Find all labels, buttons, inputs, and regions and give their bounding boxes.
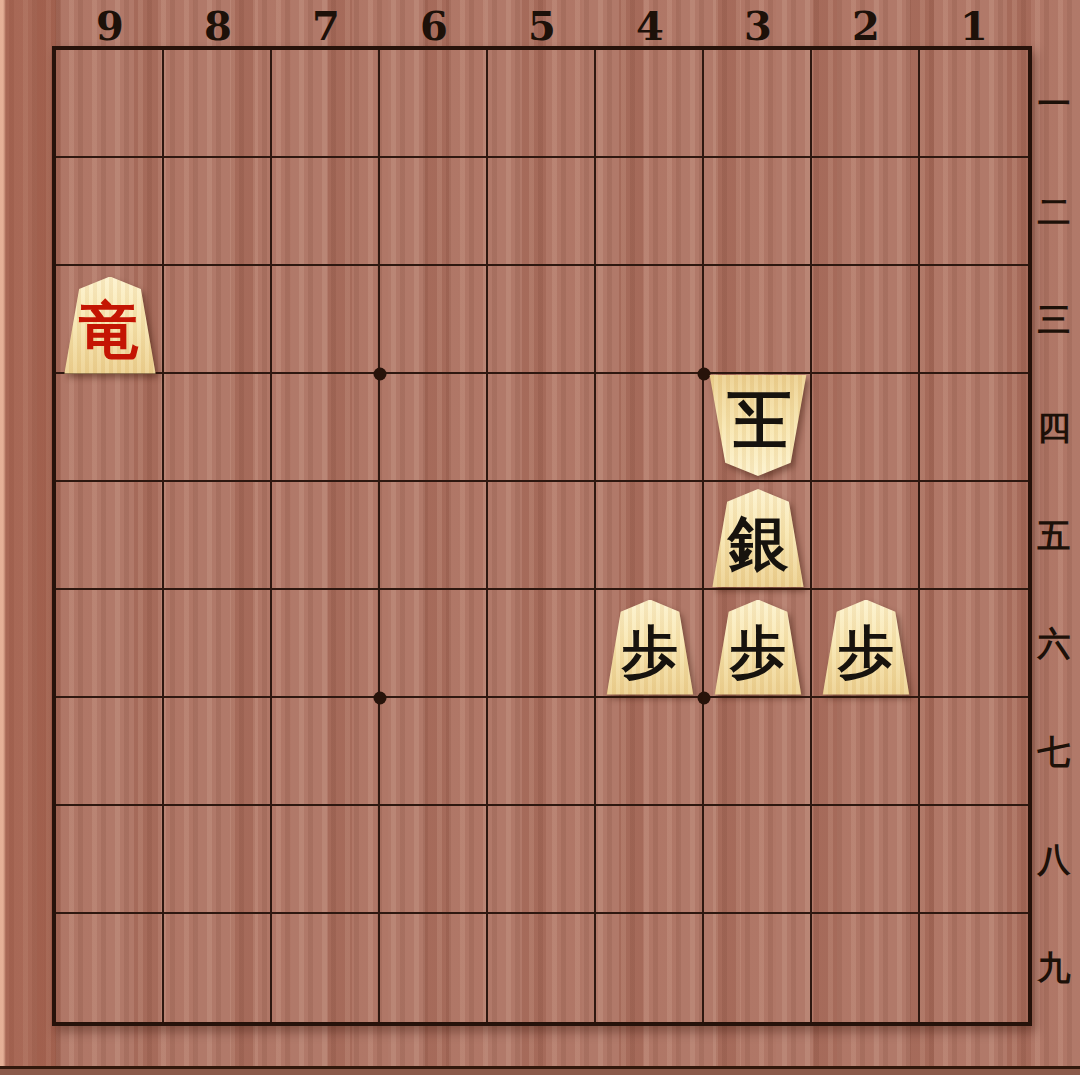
- piece-gote-king-34[interactable]: 玉: [706, 375, 810, 476]
- square-95[interactable]: [56, 482, 164, 590]
- rank-label-4: 四: [1028, 374, 1080, 482]
- file-label-7: 7: [272, 0, 380, 48]
- square-63[interactable]: [380, 266, 488, 374]
- piece-glyph: 歩: [622, 615, 678, 691]
- square-28[interactable]: [812, 806, 920, 914]
- shogi-diagram: 987654321 一二三四五六七八九 竜玉銀歩歩歩: [0, 0, 1080, 1075]
- square-65[interactable]: [380, 482, 488, 590]
- shogi-board: 竜玉銀歩歩歩: [52, 46, 1032, 1026]
- piece-glyph: 歩: [838, 615, 894, 691]
- square-22[interactable]: [812, 158, 920, 266]
- rank-label-1: 一: [1028, 50, 1080, 158]
- square-76[interactable]: [272, 590, 380, 698]
- square-68[interactable]: [380, 806, 488, 914]
- file-label-5: 5: [488, 0, 596, 48]
- square-82[interactable]: [164, 158, 272, 266]
- square-18[interactable]: [920, 806, 1028, 914]
- square-11[interactable]: [920, 50, 1028, 158]
- square-24[interactable]: [812, 374, 920, 482]
- star-point: [374, 368, 387, 381]
- file-label-9: 9: [56, 0, 164, 48]
- piece-glyph: 竜: [79, 289, 141, 373]
- square-12[interactable]: [920, 158, 1028, 266]
- piece-glyph: 玉: [726, 375, 790, 462]
- piece-sente-pawn-26[interactable]: 歩: [820, 600, 913, 695]
- file-label-3: 3: [704, 0, 812, 48]
- square-14[interactable]: [920, 374, 1028, 482]
- piece-body: 玉: [706, 375, 810, 476]
- square-23[interactable]: [812, 266, 920, 374]
- square-37[interactable]: [704, 698, 812, 806]
- square-16[interactable]: [920, 590, 1028, 698]
- square-71[interactable]: [272, 50, 380, 158]
- rank-label-7: 七: [1028, 698, 1080, 806]
- file-label-8: 8: [164, 0, 272, 48]
- piece-body: 銀: [709, 489, 807, 587]
- square-38[interactable]: [704, 806, 812, 914]
- square-48[interactable]: [596, 806, 704, 914]
- square-33[interactable]: [704, 266, 812, 374]
- board-left-edge: [0, 0, 56, 1075]
- square-66[interactable]: [380, 590, 488, 698]
- square-73[interactable]: [272, 266, 380, 374]
- square-67[interactable]: [380, 698, 488, 806]
- square-41[interactable]: [596, 50, 704, 158]
- square-44[interactable]: [596, 374, 704, 482]
- square-92[interactable]: [56, 158, 164, 266]
- square-21[interactable]: [812, 50, 920, 158]
- square-81[interactable]: [164, 50, 272, 158]
- square-43[interactable]: [596, 266, 704, 374]
- square-32[interactable]: [704, 158, 812, 266]
- square-97[interactable]: [56, 698, 164, 806]
- square-39[interactable]: [704, 914, 812, 1022]
- square-29[interactable]: [812, 914, 920, 1022]
- rank-label-2: 二: [1028, 158, 1080, 266]
- square-75[interactable]: [272, 482, 380, 590]
- file-label-2: 2: [812, 0, 920, 48]
- piece-body: 竜: [61, 277, 159, 374]
- rank-label-5: 五: [1028, 482, 1080, 590]
- square-42[interactable]: [596, 158, 704, 266]
- square-74[interactable]: [272, 374, 380, 482]
- square-13[interactable]: [920, 266, 1028, 374]
- file-labels: 987654321: [56, 0, 1028, 48]
- rank-label-3: 三: [1028, 266, 1080, 374]
- square-19[interactable]: [920, 914, 1028, 1022]
- square-49[interactable]: [596, 914, 704, 1022]
- square-57[interactable]: [488, 698, 596, 806]
- square-85[interactable]: [164, 482, 272, 590]
- square-91[interactable]: [56, 50, 164, 158]
- piece-sente-pawn-36[interactable]: 歩: [712, 600, 805, 695]
- rank-label-6: 六: [1028, 590, 1080, 698]
- table-edge: [0, 1066, 1080, 1075]
- rank-label-8: 八: [1028, 806, 1080, 914]
- file-label-4: 4: [596, 0, 704, 48]
- square-45[interactable]: [596, 482, 704, 590]
- square-47[interactable]: [596, 698, 704, 806]
- piece-sente-silver-35[interactable]: 銀: [709, 489, 807, 587]
- star-point: [374, 692, 387, 705]
- square-83[interactable]: [164, 266, 272, 374]
- square-61[interactable]: [380, 50, 488, 158]
- square-88[interactable]: [164, 806, 272, 914]
- square-77[interactable]: [272, 698, 380, 806]
- square-98[interactable]: [56, 806, 164, 914]
- square-59[interactable]: [488, 914, 596, 1022]
- square-53[interactable]: [488, 266, 596, 374]
- square-55[interactable]: [488, 482, 596, 590]
- star-point: [698, 692, 711, 705]
- file-label-1: 1: [920, 0, 1028, 48]
- square-78[interactable]: [272, 806, 380, 914]
- square-31[interactable]: [704, 50, 812, 158]
- square-54[interactable]: [488, 374, 596, 482]
- piece-sente-dragon-93[interactable]: 竜: [61, 277, 159, 374]
- square-56[interactable]: [488, 590, 596, 698]
- file-label-6: 6: [380, 0, 488, 48]
- piece-body: 歩: [604, 600, 697, 695]
- square-72[interactable]: [272, 158, 380, 266]
- piece-glyph: 銀: [728, 504, 788, 585]
- square-62[interactable]: [380, 158, 488, 266]
- square-86[interactable]: [164, 590, 272, 698]
- rank-labels: 一二三四五六七八九: [1028, 50, 1080, 1022]
- square-84[interactable]: [164, 374, 272, 482]
- piece-body: 歩: [820, 600, 913, 695]
- square-25[interactable]: [812, 482, 920, 590]
- square-69[interactable]: [380, 914, 488, 1022]
- square-52[interactable]: [488, 158, 596, 266]
- square-64[interactable]: [380, 374, 488, 482]
- square-89[interactable]: [164, 914, 272, 1022]
- square-87[interactable]: [164, 698, 272, 806]
- square-15[interactable]: [920, 482, 1028, 590]
- square-79[interactable]: [272, 914, 380, 1022]
- square-99[interactable]: [56, 914, 164, 1022]
- square-51[interactable]: [488, 50, 596, 158]
- square-94[interactable]: [56, 374, 164, 482]
- square-27[interactable]: [812, 698, 920, 806]
- rank-label-9: 九: [1028, 914, 1080, 1022]
- piece-sente-pawn-46[interactable]: 歩: [604, 600, 697, 695]
- piece-body: 歩: [712, 600, 805, 695]
- square-17[interactable]: [920, 698, 1028, 806]
- square-58[interactable]: [488, 806, 596, 914]
- piece-glyph: 歩: [730, 615, 786, 691]
- square-96[interactable]: [56, 590, 164, 698]
